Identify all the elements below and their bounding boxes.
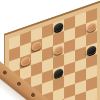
side-pin (30, 92, 35, 97)
side-pin (2, 70, 7, 75)
product-photo (0, 0, 100, 100)
side-pin (16, 81, 21, 86)
